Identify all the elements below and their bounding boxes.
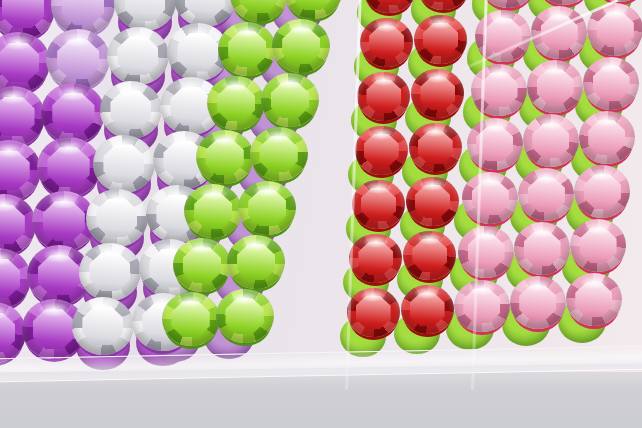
gem-pink: [570, 219, 626, 272]
gem-red: [352, 180, 405, 230]
gem-green: [238, 181, 296, 236]
gem-green: [284, 0, 342, 19]
gem-purple: [37, 137, 101, 197]
gem-pink: [514, 222, 570, 275]
gem-green: [216, 289, 274, 344]
gem-red: [347, 288, 400, 338]
gem-purple: [0, 248, 31, 308]
gem-silver: [114, 0, 176, 31]
gem-red: [360, 18, 413, 68]
gem-red: [417, 0, 470, 10]
gem-red: [411, 69, 464, 119]
gem-green: [261, 73, 319, 128]
gem-red: [357, 72, 410, 122]
gem-red: [409, 123, 462, 173]
gem-pink: [462, 172, 518, 225]
gem-green: [173, 238, 231, 293]
gem-pink: [583, 57, 639, 110]
gem-red: [403, 231, 456, 281]
gem-silver: [100, 81, 162, 139]
gem-silver: [72, 297, 134, 355]
gem-red: [363, 0, 416, 13]
gem-silver: [93, 135, 155, 193]
gem-purple: [0, 140, 41, 200]
gem-pink: [523, 114, 579, 167]
gem-green: [218, 22, 276, 77]
rhinestone-photo: [0, 0, 642, 428]
gem-silver: [79, 243, 141, 301]
gem-pink: [480, 0, 536, 8]
gem-pink: [458, 226, 514, 279]
gem-green: [207, 76, 265, 131]
gem-lilac: [46, 29, 110, 89]
gem-purple: [0, 194, 36, 254]
gem-pink: [518, 168, 574, 221]
gem-green: [227, 235, 285, 290]
gem-green: [250, 127, 308, 182]
gem-silver: [107, 27, 169, 85]
gem-pink: [536, 0, 592, 5]
gem-pink: [510, 276, 566, 329]
gem-pink: [566, 273, 622, 326]
gem-silver: [86, 189, 148, 247]
gem-purple: [0, 32, 50, 92]
gem-green: [272, 19, 330, 74]
gem-pink: [467, 118, 523, 171]
gem-pink: [579, 111, 635, 164]
gem-green: [230, 0, 288, 22]
gem-green: [162, 292, 220, 347]
gem-pink: [454, 280, 510, 333]
gem-pink: [471, 64, 527, 117]
gem-green: [196, 130, 254, 185]
gem-red: [414, 15, 467, 65]
gem-pink: [527, 60, 583, 113]
gem-purple: [41, 83, 105, 143]
gem-purple: [0, 86, 45, 146]
gem-green: [184, 184, 242, 239]
gem-pink: [574, 165, 630, 218]
gem-red: [355, 126, 408, 176]
gem-red: [406, 177, 459, 227]
gem-red: [401, 285, 454, 335]
gem-red: [349, 234, 402, 284]
